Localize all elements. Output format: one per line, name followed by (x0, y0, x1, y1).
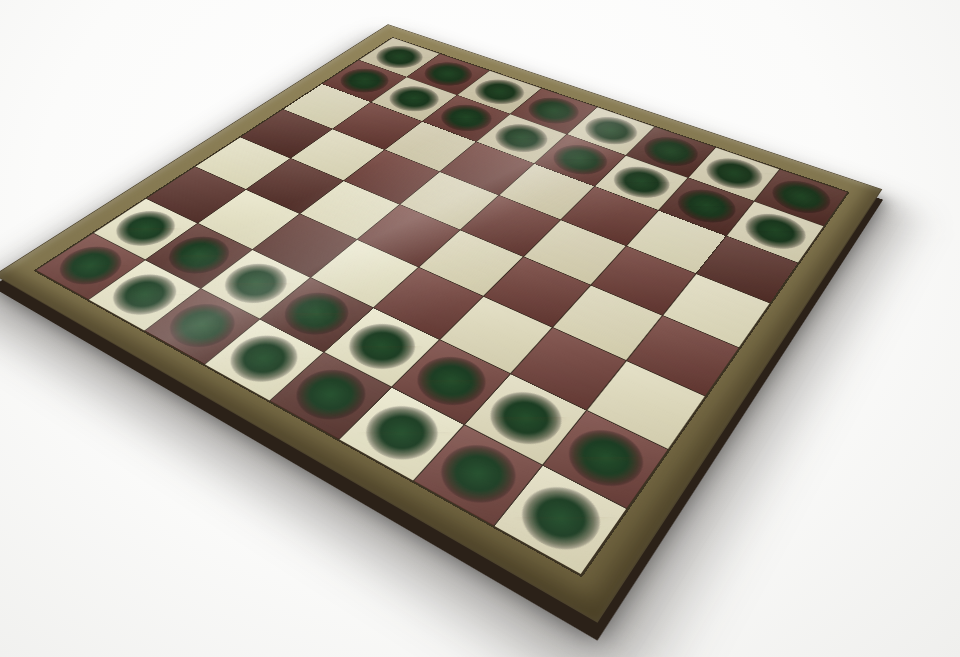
piece-felt-shadow (668, 183, 744, 229)
photo-backdrop: ♜♞♝♛♚♝♞♜♟♟♟♟♟♟♟♟♟♟♟♟♟♟♟♟♜♞♝♛♚♝♞♜ (0, 0, 960, 657)
chess-board: ♜♞♝♛♚♝♞♜♟♟♟♟♟♟♟♟♟♟♟♟♟♟♟♟♜♞♝♛♚♝♞♜ (0, 24, 882, 622)
scene: ♜♞♝♛♚♝♞♜♟♟♟♟♟♟♟♟♟♟♟♟♟♟♟♟♜♞♝♛♚♝♞♜ (0, 0, 960, 657)
piece-felt-shadow (736, 207, 814, 256)
